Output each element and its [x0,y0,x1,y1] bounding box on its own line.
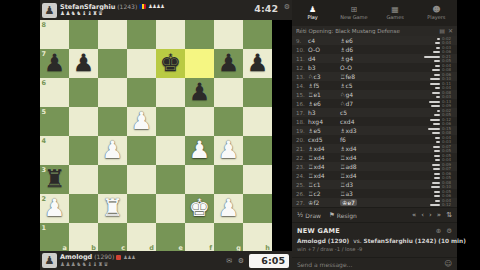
time-value: 0:09 [442,104,453,108]
time-line: 0:04 [409,41,453,44]
black-move[interactable]: ♔e7 [340,199,372,206]
move-number: 20. [296,137,308,143]
black-move[interactable]: ♘g4 [340,91,372,98]
time-bar [434,150,440,152]
time-bar [429,101,440,103]
move-row-10: 10.O-O♗d60:030:06 [292,45,457,54]
square-d1[interactable]: d [127,223,156,252]
time-line: 0:08 [409,131,453,134]
time-value: 0:03 [442,95,453,99]
black-move[interactable]: O-O [340,64,372,71]
bottom-player-info: Amologd (1290) ♟♟♟ ♟♟♟♞♞♝♝♜♛ [60,254,135,267]
time-line: 0:06 [409,194,453,197]
move-row-19: 19.♗e5♗xd30:150:08 [292,126,457,135]
black-move[interactable]: ♗xd3 [340,127,372,134]
top-player-avatar[interactable]: ♟ [42,3,57,18]
move-row-24: 24.♖xd4♖xd40:060:05 [292,171,457,180]
time-line: 0:05 [409,149,453,152]
square-b5[interactable] [69,107,98,136]
top-player-rating: (1243) [117,4,137,10]
square-a1[interactable]: 1a [40,223,69,252]
move-number: 19. [296,128,308,134]
move-row-23: 23.♖xd4♖ad80:090:07 [292,162,457,171]
top-captured-pawns: ♟♟♟♟ [148,4,164,9]
tab-new-game[interactable]: ⊞New Game [333,0,374,26]
white-move[interactable]: ♗xd4 [308,145,340,152]
move-times: 0:060:05 [409,172,453,179]
new-game-panel: NEW GAME ⊕ ⚙ Amologd (1290) vs. StefanSf… [292,222,457,252]
square-d3[interactable] [127,165,156,194]
black-move[interactable]: cxd4 [340,118,372,125]
square-g4[interactable]: ♟ [214,136,243,165]
time-bar [434,173,440,175]
move-times: 0:030:06 [409,46,453,53]
black-pawn-b7[interactable]: ♟ [69,49,98,78]
black-move[interactable]: ♖a3 [340,190,372,197]
game-controls: ½ Draw ⚑ Resign «‹›»⇅ [292,207,457,222]
square-d2[interactable] [127,194,156,223]
sidebar: ♟Play⊞New Game▦Games☻Players Réti Openin… [292,0,457,270]
square-a7[interactable]: 7♟ [40,49,69,78]
opponent-name: StefanSfarghiu (1242) (10 min) [364,238,466,244]
square-e4[interactable] [156,136,185,165]
move-times: 0:020:04 [409,37,453,44]
square-e3[interactable] [156,165,185,194]
square-d6[interactable] [127,78,156,107]
square-b3[interactable] [69,165,98,194]
move-row-18: 18.hxg4cxd40:120:06 [292,117,457,126]
black-pawn-g7[interactable]: ♟ [214,49,243,78]
time-bar [432,164,440,166]
time-bar [431,186,440,188]
white-move[interactable]: ♖xd4 [308,154,340,161]
move-times: 0:110:04 [409,82,453,89]
white-move[interactable]: ♔f2 [308,199,340,206]
move-row-26: 26.♖c2♖a30:050:06 [292,189,457,198]
emoji-smiley-icon[interactable]: ☺ [444,260,452,268]
black-pawn-a7[interactable]: ♟ [40,49,69,78]
white-move[interactable]: hxg4 [308,118,340,125]
move-times: 0:210:05 [409,55,453,62]
time-bar [431,105,440,107]
move-number: 16. [296,101,308,107]
square-f5[interactable] [185,107,214,136]
time-value: 0:07 [442,167,453,171]
square-c1[interactable]: c [98,223,127,252]
prev-move-icon[interactable]: ‹ [421,212,424,219]
move-number: 26. [296,191,308,197]
rating-odds: win +7 / draw -1 / lose -9 [297,246,452,252]
white-move[interactable]: cxd5 [308,136,340,143]
top-player-clock: 4:42 [254,3,278,14]
resign-flag-icon: ⚑ [329,211,335,219]
message-bar[interactable]: Send a message... ☺ [292,257,457,270]
challenge-line[interactable]: Amologd (1290) vs. StefanSfarghiu (1242)… [297,238,452,244]
tab-label: New Game [340,15,367,20]
time-bar [432,182,440,184]
bottom-player-name[interactable]: Amologd [60,254,92,261]
opening-row: Réti Opening: Black Mustang Defense ▤ ✕ [292,26,457,36]
move-times: 0:130:09 [409,100,453,107]
square-e8[interactable] [156,20,185,49]
move-list: 9.c4♗e60:020:0410.O-O♗d60:030:0611.d4♗g4… [292,36,457,207]
square-c7[interactable] [98,49,127,78]
white-move[interactable]: ♘c3 [308,73,340,80]
move-number: 17. [296,110,308,116]
move-row-22: 22.♖xd4♖xd40:050:04 [292,153,457,162]
square-a3[interactable]: 3♜ [40,165,69,194]
move-number: 9. [296,38,308,44]
challenge-plus-icon[interactable]: ⊕ [436,228,441,235]
white-move[interactable]: d4 [308,55,340,62]
square-g5[interactable] [214,107,243,136]
square-b7[interactable]: ♟ [69,49,98,78]
next-move-icon[interactable]: › [429,212,432,219]
rank-label-8: 8 [42,21,47,29]
square-a8[interactable]: 8 [40,20,69,49]
white-move[interactable]: h3 [308,109,340,116]
white-move[interactable]: ♗f5 [308,82,340,89]
move-row-27: 27.♔f2♔e70:040:12 [292,198,457,207]
white-pawn-g2[interactable]: ♟ [214,194,243,223]
white-pawn-a2[interactable]: ♟ [40,194,69,223]
white-pawn-f4[interactable]: ♟ [185,136,214,165]
rank-label-5: 5 [42,108,47,116]
time-bar [435,87,440,89]
black-move[interactable]: ♗g4 [340,55,372,62]
white-move[interactable]: ♗e6 [308,100,340,107]
time-bar [433,51,440,53]
resign-button[interactable]: ⚑ Resign [329,211,357,219]
square-g7[interactable]: ♟ [214,49,243,78]
black-move[interactable]: ♖fe8 [340,73,372,80]
white-pawn-d5[interactable]: ♟ [127,107,156,136]
time-line: 0:07 [409,167,453,170]
white-move[interactable]: ♗e5 [308,127,340,134]
square-f2[interactable]: ♚ [185,194,214,223]
square-d4[interactable] [127,136,156,165]
move-times: 0:120:06 [409,118,453,125]
white-pawn-c4[interactable]: ♟ [98,136,127,165]
tab-label: Play [307,15,317,20]
move-times: 0:040:03 [409,136,453,143]
white-pawn-g4[interactable]: ♟ [214,136,243,165]
black-move[interactable]: ♗d6 [340,46,372,53]
move-times: 0:050:04 [409,154,453,161]
first-move-icon[interactable]: « [412,212,416,219]
move-number: 25. [296,182,308,188]
time-value: 0:06 [442,194,453,198]
time-bar [435,137,440,139]
square-h4[interactable] [243,136,272,165]
black-move[interactable]: ♗e6 [340,37,372,44]
time-bar [430,83,440,85]
square-h3[interactable] [243,165,272,194]
square-h5[interactable] [243,107,272,136]
white-move[interactable]: ♖e1 [308,91,340,98]
draw-button[interactable]: ½ Draw [297,211,321,219]
time-value: 0:04 [442,41,453,45]
time-bar [437,38,440,40]
time-bar [433,168,440,170]
bottom-player-avatar[interactable]: ♟ [42,253,57,268]
time-bar [432,132,440,134]
time-bar [424,56,440,58]
move-row-17: 17.h3c50:020:05 [292,108,457,117]
time-bar [432,92,440,94]
players-icon: ☻ [432,6,440,14]
white-move[interactable]: ♖c1 [308,181,340,188]
move-row-16: 16.♗e6♘d70:130:09 [292,99,457,108]
time-line: 0:09 [409,104,453,107]
time-line: 0:12 [409,203,453,206]
time-line: 0:06 [409,50,453,53]
tab-games[interactable]: ▦Games [375,0,416,26]
move-times: 0:050:06 [409,190,453,197]
black-move[interactable]: ♖d3 [340,181,372,188]
square-g1[interactable]: g [214,223,243,252]
time-line: 0:10 [409,77,453,80]
time-bar [430,204,440,206]
bottom-player-rating: (1290) [94,254,114,260]
move-times: 0:080:03 [409,91,453,98]
square-f4[interactable]: ♟ [185,136,214,165]
romania-flag-icon [139,4,146,9]
square-c8[interactable] [98,20,127,49]
openings-book-icon[interactable]: ▤ [439,28,445,34]
time-bar [434,191,440,193]
time-value: 0:05 [442,59,453,63]
square-h8[interactable] [243,20,272,49]
black-move[interactable]: ♘d7 [340,100,372,107]
square-a4[interactable]: 4 [40,136,69,165]
time-value: 0:10 [442,77,453,81]
close-icon[interactable]: ✕ [448,28,453,34]
time-bar [435,200,440,202]
black-move[interactable]: f6 [340,136,372,143]
square-d5[interactable]: ♟ [127,107,156,136]
time-bar [432,69,440,71]
top-player-info: StefanSfarghiu (1243) ♟♟♟♟ ♟♟♞♞♝♝♜♛ [60,4,164,17]
time-line: 0:10 [409,185,453,188]
time-bar [435,42,440,44]
move-times: 0:020:05 [409,109,453,116]
move-times: 0:150:08 [409,127,453,134]
square-b8[interactable] [69,20,98,49]
time-bar [434,114,440,116]
square-c5[interactable] [98,107,127,136]
time-bar [435,159,440,161]
square-f8[interactable] [185,20,214,49]
settings-gear-icon[interactable]: ⚙ [284,3,290,11]
square-f3[interactable] [185,165,214,194]
move-number: 23. [296,164,308,170]
black-rook-a3[interactable]: ♜ [40,165,69,194]
move-times: 0:090:07 [409,163,453,170]
last-move-icon[interactable]: » [437,212,441,219]
rank-label-4: 4 [42,137,47,145]
time-value: 0:05 [442,149,453,153]
time-value: 0:08 [442,131,453,135]
white-rook-c2[interactable]: ♜ [98,194,127,223]
square-h6[interactable] [243,78,272,107]
time-bar [436,96,440,98]
white-move[interactable]: ♖xd4 [308,172,340,179]
new-game-title: NEW GAME [297,227,340,235]
time-value: 0:04 [442,158,453,162]
time-bar [434,60,440,62]
square-b1[interactable]: b [69,223,98,252]
move-row-15: 15.♖e1♘g40:080:03 [292,90,457,99]
time-line: 0:04 [409,158,453,161]
settings-gear-icon[interactable]: ⚙ [446,228,452,235]
move-nav: «‹›»⇅ [412,212,452,219]
time-line: 0:05 [409,176,453,179]
square-e6[interactable] [156,78,185,107]
time-value: 0:05 [442,113,453,117]
time-bar [434,155,440,157]
square-b6[interactable] [69,78,98,107]
tab-label: Games [386,15,404,20]
move-number: 21. [296,146,308,152]
move-row-21: 21.♗xd4♗xd40:070:05 [292,144,457,153]
time-bar [434,195,440,197]
bottom-player-clock: 6:05 [249,254,289,268]
black-move[interactable]: ♖ad8 [340,163,372,170]
square-b2[interactable] [69,194,98,223]
square-c6[interactable] [98,78,127,107]
rank-label-1: 1 [42,224,47,232]
black-move[interactable]: ♗c5 [340,82,372,89]
tab-players[interactable]: ☻Players [416,0,457,26]
time-line: 0:05 [409,113,453,116]
tab-label: Players [427,15,445,20]
square-a2[interactable]: 2♟ [40,194,69,223]
square-e1[interactable]: e [156,223,185,252]
time-bar [433,146,440,148]
move-number: 27. [296,200,308,206]
white-king-f2[interactable]: ♚ [185,194,214,223]
time-line: 0:05 [409,59,453,62]
move-times: 0:040:12 [409,199,453,206]
black-pawn-h7[interactable]: ♟ [243,49,272,78]
tab-play[interactable]: ♟Play [292,0,333,26]
square-f1[interactable]: f [185,223,214,252]
time-bar [428,128,440,130]
black-pawn-f6[interactable]: ♟ [185,78,214,107]
move-number: 14. [296,83,308,89]
move-number: 18. [296,119,308,125]
square-c3[interactable] [98,165,127,194]
black-move[interactable]: c5 [340,109,372,116]
challenger-name: Amologd (1290) [297,238,349,244]
square-e7[interactable]: ♚ [156,49,185,78]
square-f6[interactable]: ♟ [185,78,214,107]
move-times: 0:070:05 [409,145,453,152]
square-g8[interactable] [214,20,243,49]
half-point-icon: ½ [297,211,303,219]
time-line: 0:03 [409,140,453,143]
white-move[interactable]: ♖c2 [308,190,340,197]
square-a6[interactable]: 6 [40,78,69,107]
move-row-12: 12.b3O-O0:040:08 [292,63,457,72]
bottom-captured-pieces: ♟♟♟♞♞♝♝♜♛ [60,262,135,268]
time-bar [436,47,440,49]
square-a5[interactable]: 5 [40,107,69,136]
black-move[interactable]: ♗xd4 [340,145,372,152]
move-number: 15. [296,92,308,98]
square-d7[interactable] [127,49,156,78]
square-g3[interactable] [214,165,243,194]
black-move[interactable]: ♖xd4 [340,154,372,161]
move-row-9: 9.c4♗e60:020:04 [292,36,457,45]
square-h7[interactable]: ♟ [243,49,272,78]
square-h2[interactable] [243,194,272,223]
time-bar [434,177,440,179]
bottom-player-bar: ♟ Amologd (1290) ♟♟♟ ♟♟♟♞♞♝♝♜♛ ✉ ⚙ 6:05 [40,251,292,270]
top-player-bar: ♟ StefanSfarghiu (1243) ♟♟♟♟ ♟♟♞♞♝♝♜♛ 4:… [40,0,292,20]
time-value: 0:05 [442,176,453,180]
app-window: ♟ StefanSfarghiu (1243) ♟♟♟♟ ♟♟♞♞♝♝♜♛ 4:… [0,0,480,270]
black-king-e7[interactable]: ♚ [156,49,185,78]
white-move[interactable]: c4 [308,37,340,44]
time-bar [430,119,440,121]
games-icon: ▦ [391,6,399,14]
move-row-13: 13.♘c3♖fe80:060:10 [292,72,457,81]
square-e5[interactable] [156,107,185,136]
square-g2[interactable]: ♟ [214,194,243,223]
square-h1[interactable]: h [243,223,272,252]
message-input[interactable]: Send a message... [297,261,444,268]
square-c2[interactable]: ♜ [98,194,127,223]
square-c4[interactable]: ♟ [98,136,127,165]
time-bar [434,74,440,76]
white-move[interactable]: O-O [308,46,340,53]
selected-move: ♔e7 [340,199,357,206]
time-bar [435,65,440,67]
time-value: 0:06 [442,122,453,126]
play-icon: ♟ [309,6,316,14]
white-move[interactable]: ♖xd4 [308,163,340,170]
chess-board[interactable]: 87♟♟♚♟♟6♟5♟4♟♟♟3♜2♟♜♚♟1abcdefgh [40,20,272,252]
move-number: 11. [296,56,308,62]
time-line: 0:03 [409,95,453,98]
settings-gear-icon[interactable]: ⚙ [238,257,244,265]
time-value: 0:04 [442,86,453,90]
square-b4[interactable] [69,136,98,165]
square-d8[interactable] [127,20,156,49]
nav-tabs: ♟Play⊞New Game▦Games☻Players [292,0,457,26]
square-e2[interactable] [156,194,185,223]
bottom-captured-pawns: ♟♟♟ [123,255,135,260]
move-row-11: 11.d4♗g40:210:05 [292,54,457,63]
time-bar [433,123,440,125]
time-bar [436,141,440,143]
time-value: 0:08 [442,68,453,72]
chat-bubble-icon[interactable]: ✉ [226,257,232,265]
square-g6[interactable] [214,78,243,107]
square-f7[interactable] [185,49,214,78]
black-move[interactable]: ♖xd4 [340,172,372,179]
resign-label: Resign [337,212,357,219]
flip-board-icon[interactable]: ⇅ [446,212,452,219]
move-number: 22. [296,155,308,161]
vs-label: vs. [353,238,361,244]
time-bar [437,110,440,112]
move-row-25: 25.♖c1♖d30:080:10 [292,180,457,189]
time-bar [430,78,440,80]
white-move[interactable]: b3 [308,64,340,71]
